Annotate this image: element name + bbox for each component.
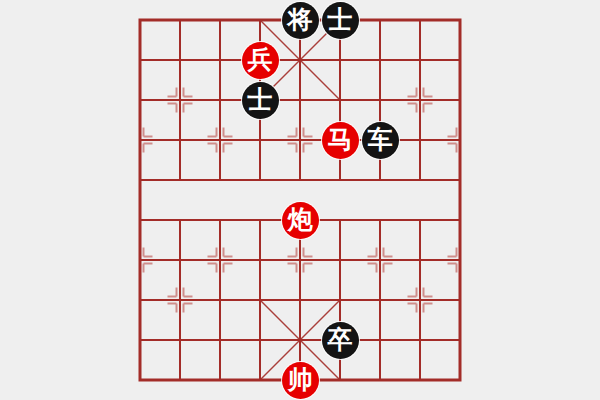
- black-piece-glyph: 士: [248, 87, 273, 113]
- black-advisor-piece[interactable]: 士: [242, 82, 279, 119]
- red-piece-glyph: 帅: [288, 367, 313, 393]
- red-piece-glyph: 炮: [288, 207, 313, 233]
- red-soldier-piece[interactable]: 兵: [242, 42, 279, 79]
- red-piece-glyph: 兵: [248, 47, 273, 73]
- red-general-piece[interactable]: 帅: [282, 362, 319, 399]
- black-piece-glyph: 将: [288, 7, 313, 33]
- black-advisor-piece[interactable]: 士: [322, 2, 359, 39]
- black-piece-glyph: 士: [328, 7, 353, 33]
- red-cannon-piece[interactable]: 炮: [282, 202, 319, 239]
- black-piece-glyph: 卒: [328, 327, 353, 353]
- xiangqi-board: 将士兵士马车炮卒帅: [0, 0, 600, 400]
- pieces-layer: 将士兵士马车炮卒帅: [120, 0, 480, 400]
- black-soldier-piece[interactable]: 卒: [322, 322, 359, 359]
- red-horse-piece[interactable]: 马: [322, 122, 359, 159]
- black-chariot-piece[interactable]: 车: [362, 122, 399, 159]
- black-piece-glyph: 车: [368, 127, 393, 153]
- black-general-piece[interactable]: 将: [282, 2, 319, 39]
- red-piece-glyph: 马: [328, 127, 353, 153]
